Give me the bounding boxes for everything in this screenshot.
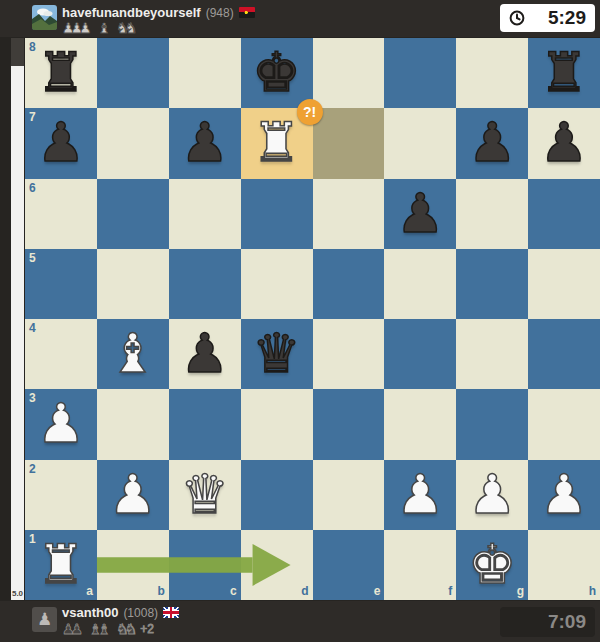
material-advantage: +2 [140,622,154,636]
square-a1[interactable]: 1a♜ [25,530,97,600]
file-label-a: a [86,584,93,598]
square-f3[interactable] [384,389,456,459]
square-d6[interactable] [241,179,313,249]
square-d2[interactable] [241,460,313,530]
square-g1[interactable]: g♚ [456,530,528,600]
black-pawn-f6[interactable]: ♟ [384,179,456,249]
square-f4[interactable] [384,319,456,389]
evaluation-bar-black-section [11,38,24,66]
square-g4[interactable] [456,319,528,389]
top-player-rating: (948) [206,6,234,20]
white-pawn-g2[interactable]: ♟ [456,460,528,530]
rank-label-8: 8 [29,40,36,54]
top-flag-icon [239,7,255,18]
black-pawn-c7[interactable]: ♟ [169,108,241,178]
rank-label-6: 6 [29,181,36,195]
bottom-player-clock: 7:09 [500,607,595,637]
black-rook-h8[interactable]: ♜ [528,38,600,108]
square-g7[interactable]: ♟ [456,108,528,178]
square-e8[interactable] [313,38,385,108]
square-h1[interactable]: h [528,530,600,600]
bottom-captured-pieces: ♟♟♝♝♞♞+2 [62,621,154,636]
square-f2[interactable]: ♟ [384,460,456,530]
black-pawn-h7[interactable]: ♟ [528,108,600,178]
square-a7[interactable]: 7♟ [25,108,97,178]
top-player-info: havefunandbeyourself (948) [62,5,255,20]
square-f8[interactable] [384,38,456,108]
square-c3[interactable] [169,389,241,459]
square-g2[interactable]: ♟ [456,460,528,530]
square-g5[interactable] [456,249,528,319]
clock-icon [509,10,525,26]
inaccuracy-badge-symbol: ?! [303,104,316,120]
top-player-clock: 5:29 [500,4,595,32]
square-h7[interactable]: ♟ [528,108,600,178]
rank-label-3: 3 [29,391,36,405]
square-a2[interactable]: 2 [25,460,97,530]
black-queen-d4[interactable]: ♛ [241,319,313,389]
square-c8[interactable] [169,38,241,108]
square-a5[interactable]: 5 [25,249,97,319]
file-label-e: e [374,584,381,598]
captured-bishop-icons: ♝ [98,21,117,35]
rank-label-5: 5 [29,251,36,265]
square-b6[interactable] [97,179,169,249]
captured-knight-icons: ♞♞ [116,21,143,35]
square-h6[interactable] [528,179,600,249]
square-h5[interactable] [528,249,600,319]
white-pawn-b2[interactable]: ♟ [97,460,169,530]
bottom-player-username[interactable]: vsanth00 [62,605,118,620]
square-c4[interactable]: ♟ [169,319,241,389]
evaluation-bar: 5.0 [11,38,24,600]
rank-label-1: 1 [29,532,36,546]
square-d3[interactable] [241,389,313,459]
square-f5[interactable] [384,249,456,319]
white-pawn-f2[interactable]: ♟ [384,460,456,530]
square-f6[interactable]: ♟ [384,179,456,249]
bottom-player-avatar[interactable]: ♟ [32,607,57,632]
square-e4[interactable] [313,319,385,389]
square-c5[interactable] [169,249,241,319]
square-f1[interactable]: f [384,530,456,600]
square-g8[interactable] [456,38,528,108]
square-c7[interactable]: ♟ [169,108,241,178]
evaluation-score-label: 5.0 [11,589,24,598]
square-b7[interactable] [97,108,169,178]
square-b1[interactable]: b [97,530,169,600]
square-b4[interactable]: ♝ [97,319,169,389]
white-bishop-b4[interactable]: ♝ [97,319,169,389]
black-pawn-c4[interactable]: ♟ [169,319,241,389]
square-c6[interactable] [169,179,241,249]
file-label-c: c [230,584,237,598]
landscape-avatar-image [32,5,57,30]
square-b5[interactable] [97,249,169,319]
square-c2[interactable]: ♛ [169,460,241,530]
square-e3[interactable] [313,389,385,459]
square-a6[interactable]: 6 [25,179,97,249]
square-g3[interactable] [456,389,528,459]
top-clock-time: 5:29 [548,7,586,29]
bottom-player-info: vsanth00 (1008) [62,605,179,620]
file-label-d: d [301,584,308,598]
bottom-clock-time: 7:09 [548,611,586,633]
square-a4[interactable]: 4 [25,319,97,389]
rank-label-2: 2 [29,462,36,476]
top-player-username[interactable]: havefunandbeyourself [62,5,201,20]
captured-pawn-icons: ♟♟♟ [62,21,98,35]
square-d4[interactable]: ♛ [241,319,313,389]
square-h4[interactable] [528,319,600,389]
rank-label-7: 7 [29,110,36,124]
square-c1[interactable]: c [169,530,241,600]
square-d5[interactable] [241,249,313,319]
square-a3[interactable]: 3♟ [25,389,97,459]
captured-pawn-icons: ♟♟ [62,622,89,636]
square-b8[interactable] [97,38,169,108]
file-label-g: g [517,584,524,598]
square-b2[interactable]: ♟ [97,460,169,530]
square-d8[interactable]: ♚ [241,38,313,108]
square-h2[interactable]: ♟ [528,460,600,530]
black-pawn-g7[interactable]: ♟ [456,108,528,178]
square-d1[interactable]: d [241,530,313,600]
file-label-h: h [589,584,596,598]
white-pawn-h2[interactable]: ♟ [528,460,600,530]
square-e7[interactable] [313,108,385,178]
top-captured-pieces: ♟♟♟♝♞♞ [62,20,143,35]
square-g6[interactable] [456,179,528,249]
inaccuracy-badge: ?! [297,99,323,125]
square-h3[interactable] [528,389,600,459]
bottom-player-rating: (1008) [123,606,158,620]
white-queen-c2[interactable]: ♛ [169,460,241,530]
square-e6[interactable] [313,179,385,249]
default-pawn-avatar-icon: ♟ [37,611,52,628]
bottom-flag-icon [163,607,179,618]
rank-label-4: 4 [29,321,36,335]
top-player-avatar[interactable] [32,5,57,30]
file-label-f: f [448,584,452,598]
square-e1[interactable]: e [313,530,385,600]
captured-bishop-icons: ♝♝ [89,622,116,636]
square-f7[interactable] [384,108,456,178]
square-b3[interactable] [97,389,169,459]
square-h8[interactable]: ♜ [528,38,600,108]
square-e2[interactable] [313,460,385,530]
square-e5[interactable] [313,249,385,319]
top-player-bar: havefunandbeyourself (948) ♟♟♟♝♞♞ 5:29 [0,0,600,37]
file-label-b: b [157,584,164,598]
black-king-d8[interactable]: ♚ [241,38,313,108]
square-a8[interactable]: 8♜ [25,38,97,108]
